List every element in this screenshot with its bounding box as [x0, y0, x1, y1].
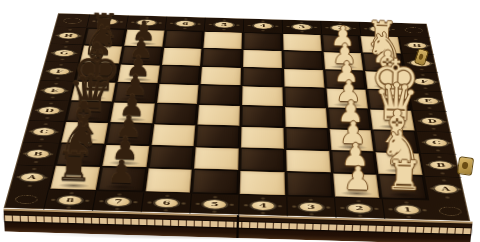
square-h5[interactable] [204, 32, 242, 49]
file-label-left-a: A [19, 173, 45, 183]
rank-label-front-1: 1 [395, 205, 421, 215]
frame-corner-ornament [429, 200, 471, 221]
square-a8[interactable]: ♜ [50, 166, 99, 190]
frame-cell: A [10, 165, 53, 190]
square-h3[interactable] [283, 34, 321, 51]
square-a4[interactable] [240, 171, 285, 195]
file-label-right-c: C [424, 138, 448, 147]
frame-cell: 3 [282, 20, 321, 34]
square-d6[interactable] [154, 104, 197, 125]
file-label-right-e: E [416, 97, 439, 105]
square-g4[interactable] [243, 50, 282, 68]
rank-label-front-7: 7 [105, 197, 131, 207]
rank-label-back-6: 6 [175, 20, 196, 27]
frame-cell: 5 [189, 194, 238, 215]
frame-cell: 5 [204, 18, 244, 32]
square-a5[interactable] [192, 170, 238, 194]
square-a6[interactable] [145, 169, 192, 193]
square-b5[interactable] [194, 147, 239, 170]
square-b6[interactable] [148, 146, 194, 169]
square-e3[interactable] [284, 88, 325, 108]
square-a1[interactable]: ♜ [379, 175, 427, 199]
black-rook-a8[interactable]: ♜ [51, 146, 97, 188]
file-label-right-d: D [420, 117, 444, 125]
chess-board: 87654321 87654321 HGFEDCBA HGFEDCBA ♜♟♟♜… [4, 13, 471, 221]
board-squares: ♜♟♟♜♞♟♟♞♝♟♟♝♚♟♟♚♛♟♟♛♝♟♟♝♞♟♟♞♜♟♟♜ [48, 28, 429, 201]
rank-label-front-6: 6 [154, 198, 180, 208]
square-g6[interactable] [161, 48, 201, 66]
square-h6[interactable] [164, 31, 203, 48]
square-d4[interactable] [241, 106, 283, 127]
box-fold-seam [236, 215, 239, 238]
square-e6[interactable] [157, 84, 199, 104]
file-label-right-a: A [433, 184, 459, 194]
frame-cell: 8 [43, 190, 95, 211]
brass-clasp-icon [457, 156, 474, 176]
square-f5[interactable] [201, 67, 241, 86]
square-c3[interactable] [285, 128, 328, 150]
square-e5[interactable] [199, 85, 240, 105]
square-a3[interactable] [286, 172, 332, 196]
black-pawn-a7[interactable]: ♟ [98, 156, 144, 189]
rank-label-front-5: 5 [202, 199, 227, 209]
rank-label-back-4: 4 [253, 23, 273, 30]
frame-cell: 2 [334, 198, 384, 219]
frame-cell: 6 [165, 17, 205, 31]
square-c4[interactable] [241, 127, 284, 149]
square-e4[interactable] [242, 86, 283, 106]
frame-cell: 6 [141, 192, 191, 213]
square-a7[interactable]: ♟ [98, 167, 146, 191]
white-rook-a1[interactable]: ♜ [381, 155, 427, 197]
frame-cell: 1 [382, 199, 433, 221]
square-f3[interactable] [284, 69, 324, 88]
rank-label-back-5: 5 [214, 21, 234, 28]
rank-label-front-2: 2 [347, 203, 373, 213]
chess-set-photo: 87654321 87654321 HGFEDCBA HGFEDCBA ♜♟♟♜… [0, 0, 480, 242]
square-d3[interactable] [285, 107, 327, 128]
file-label-right-b: B [428, 161, 453, 170]
file-label-left-c: C [31, 127, 56, 136]
square-h4[interactable] [243, 33, 281, 50]
square-f4[interactable] [242, 68, 282, 87]
frame-cell: 4 [238, 195, 287, 216]
file-label-left-b: B [25, 149, 51, 158]
square-c6[interactable] [151, 124, 195, 146]
frame-cell: A [425, 176, 467, 201]
square-g3[interactable] [283, 51, 322, 69]
frame-cell: 7 [92, 191, 143, 212]
frame-cell: 3 [286, 196, 335, 217]
square-a2[interactable]: ♟ [333, 174, 380, 198]
square-c5[interactable] [196, 125, 239, 147]
rank-label-front-4: 4 [251, 201, 276, 211]
square-b3[interactable] [286, 150, 331, 173]
square-b4[interactable] [240, 148, 284, 171]
square-f6[interactable] [159, 65, 200, 84]
white-pawn-a2[interactable]: ♟ [334, 162, 380, 195]
rank-label-back-3: 3 [292, 24, 312, 31]
rank-label-front-3: 3 [299, 202, 324, 212]
frame-corner-ornament [5, 189, 48, 210]
square-g5[interactable] [202, 49, 241, 67]
rank-label-front-8: 8 [57, 195, 84, 205]
frame-cell: 4 [243, 19, 282, 33]
square-d5[interactable] [198, 105, 240, 126]
file-label-left-e: E [43, 87, 67, 95]
